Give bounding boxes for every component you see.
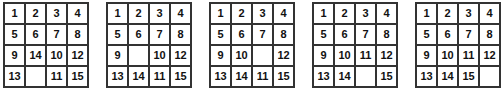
- tile: 7: [356, 25, 375, 44]
- tile: 8: [171, 25, 190, 44]
- tile: 2: [438, 4, 457, 23]
- tile: 1: [108, 4, 127, 23]
- tile: 1: [417, 4, 436, 23]
- puzzle-board-5-solved: 1 2 3 4 5 6 7 8 9 10 11 12 13 14 15: [415, 2, 501, 88]
- tile: 7: [459, 25, 478, 44]
- tile: 13: [417, 67, 436, 86]
- tile: 15: [377, 67, 396, 86]
- tile: 11: [150, 67, 169, 86]
- tile: 6: [129, 25, 148, 44]
- tile: 13: [5, 67, 24, 86]
- tile: 4: [171, 4, 190, 23]
- tile: 12: [274, 46, 293, 65]
- empty-cell: [26, 67, 45, 86]
- tile: 2: [129, 4, 148, 23]
- tile: 3: [253, 4, 272, 23]
- empty-cell: [129, 46, 148, 65]
- empty-cell: [356, 67, 375, 86]
- tile: 10: [232, 46, 251, 65]
- tile: 1: [211, 4, 230, 23]
- tile: 4: [68, 4, 87, 23]
- tile: 2: [26, 4, 45, 23]
- tile: 8: [274, 25, 293, 44]
- tile: 7: [150, 25, 169, 44]
- tile: 8: [480, 25, 499, 44]
- tile: 15: [68, 67, 87, 86]
- tile: 9: [211, 46, 230, 65]
- tile: 14: [438, 67, 457, 86]
- puzzle-board-3: 1 2 3 4 5 6 7 8 9 10 12 13 14 11 15: [209, 2, 295, 88]
- tile: 6: [438, 25, 457, 44]
- tile: 12: [68, 46, 87, 65]
- tile: 12: [377, 46, 396, 65]
- tile: 1: [314, 4, 333, 23]
- tile: 15: [171, 67, 190, 86]
- tile: 2: [335, 4, 354, 23]
- tile: 10: [438, 46, 457, 65]
- tile: 15: [459, 67, 478, 86]
- tile: 8: [377, 25, 396, 44]
- tile: 9: [417, 46, 436, 65]
- puzzle-board-1: 1 2 3 4 5 6 7 8 9 14 10 12 13 11 15: [3, 2, 89, 88]
- tile: 10: [150, 46, 169, 65]
- tile: 11: [459, 46, 478, 65]
- tile: 6: [232, 25, 251, 44]
- tile: 11: [356, 46, 375, 65]
- empty-cell: [253, 46, 272, 65]
- tile: 14: [335, 67, 354, 86]
- tile: 10: [335, 46, 354, 65]
- tile: 11: [253, 67, 272, 86]
- tile: 5: [5, 25, 24, 44]
- tile: 5: [314, 25, 333, 44]
- tile: 7: [253, 25, 272, 44]
- tile: 1: [5, 4, 24, 23]
- tile: 11: [47, 67, 66, 86]
- tile: 15: [274, 67, 293, 86]
- tile: 12: [480, 46, 499, 65]
- puzzle-sequence-strip: 1 2 3 4 5 6 7 8 9 14 10 12 13 11 15 1 2 …: [0, 0, 504, 90]
- tile: 3: [47, 4, 66, 23]
- puzzle-board-4: 1 2 3 4 5 6 7 8 9 10 11 12 13 14 15: [312, 2, 398, 88]
- tile: 13: [108, 67, 127, 86]
- tile: 6: [26, 25, 45, 44]
- tile: 10: [47, 46, 66, 65]
- tile: 9: [314, 46, 333, 65]
- tile: 7: [47, 25, 66, 44]
- tile: 4: [480, 4, 499, 23]
- tile: 5: [211, 25, 230, 44]
- tile: 14: [129, 67, 148, 86]
- tile: 3: [459, 4, 478, 23]
- tile: 6: [335, 25, 354, 44]
- tile: 14: [26, 46, 45, 65]
- tile: 12: [171, 46, 190, 65]
- tile: 3: [150, 4, 169, 23]
- tile: 5: [417, 25, 436, 44]
- empty-cell: [480, 67, 499, 86]
- tile: 4: [274, 4, 293, 23]
- puzzle-board-2: 1 2 3 4 5 6 7 8 9 10 12 13 14 11 15: [106, 2, 192, 88]
- tile: 8: [68, 25, 87, 44]
- tile: 2: [232, 4, 251, 23]
- tile: 13: [314, 67, 333, 86]
- tile: 3: [356, 4, 375, 23]
- tile: 9: [5, 46, 24, 65]
- tile: 13: [211, 67, 230, 86]
- tile: 4: [377, 4, 396, 23]
- tile: 9: [108, 46, 127, 65]
- tile: 14: [232, 67, 251, 86]
- tile: 5: [108, 25, 127, 44]
